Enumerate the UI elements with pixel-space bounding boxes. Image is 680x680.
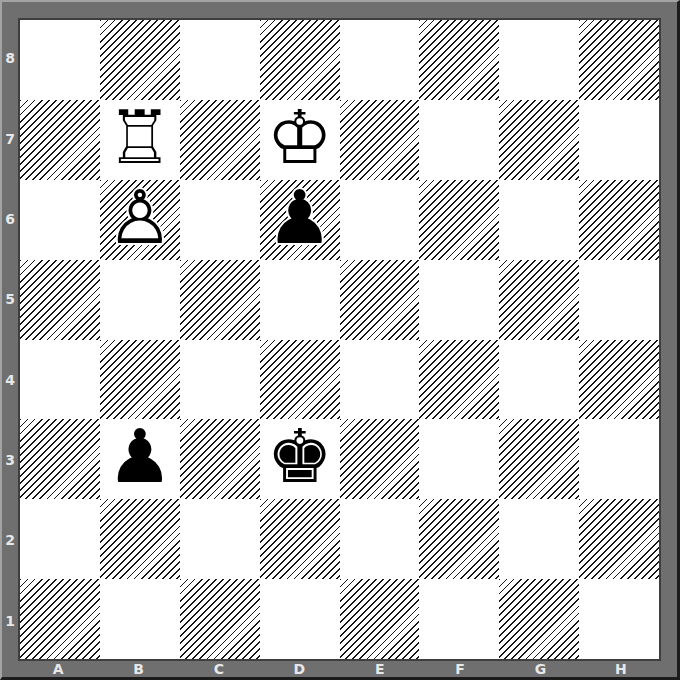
- square-e3[interactable]: [340, 419, 420, 499]
- square-e2[interactable]: [340, 499, 420, 579]
- file-labels: ABCDEFGH: [18, 661, 661, 677]
- square-h7[interactable]: [579, 100, 659, 180]
- file-label-h: H: [581, 661, 661, 677]
- square-a7[interactable]: [20, 100, 100, 180]
- file-label-e: E: [340, 661, 420, 677]
- square-d3[interactable]: ♚♚: [260, 419, 340, 499]
- square-c3[interactable]: [180, 419, 260, 499]
- square-e1[interactable]: [340, 579, 420, 659]
- square-b4[interactable]: [100, 340, 180, 420]
- square-c1[interactable]: [180, 579, 260, 659]
- square-a2[interactable]: [20, 499, 100, 579]
- square-c8[interactable]: [180, 20, 260, 100]
- rank-label-1: 1: [2, 581, 18, 661]
- white-pawn-b6[interactable]: ♟♙: [100, 180, 180, 260]
- square-h5[interactable]: [579, 260, 659, 340]
- square-f2[interactable]: [419, 499, 499, 579]
- square-b7[interactable]: ♜♖: [100, 100, 180, 180]
- square-h4[interactable]: [579, 340, 659, 420]
- file-label-d: D: [259, 661, 339, 677]
- square-a1[interactable]: [20, 579, 100, 659]
- square-d2[interactable]: [260, 499, 340, 579]
- square-b3[interactable]: ♟♟: [100, 419, 180, 499]
- rank-labels: 87654321: [2, 18, 18, 661]
- piece-glyph: ♟: [107, 419, 173, 493]
- square-h2[interactable]: [579, 499, 659, 579]
- rank-label-2: 2: [2, 500, 18, 580]
- square-d8[interactable]: [260, 20, 340, 100]
- square-e7[interactable]: [340, 100, 420, 180]
- square-b6[interactable]: ♟♙: [100, 180, 180, 260]
- piece-glyph: ♚: [266, 419, 332, 493]
- rank-label-5: 5: [2, 259, 18, 339]
- square-h6[interactable]: [579, 180, 659, 260]
- square-g5[interactable]: [499, 260, 579, 340]
- square-c6[interactable]: [180, 180, 260, 260]
- square-a8[interactable]: [20, 20, 100, 100]
- black-pawn-b3[interactable]: ♟♟: [100, 419, 180, 499]
- square-g1[interactable]: [499, 579, 579, 659]
- square-a6[interactable]: [20, 180, 100, 260]
- square-f7[interactable]: [419, 100, 499, 180]
- square-d5[interactable]: [260, 260, 340, 340]
- square-h1[interactable]: [579, 579, 659, 659]
- square-h3[interactable]: [579, 419, 659, 499]
- square-d7[interactable]: ♚♔: [260, 100, 340, 180]
- square-d4[interactable]: [260, 340, 340, 420]
- rank-label-6: 6: [2, 179, 18, 259]
- file-label-a: A: [18, 661, 98, 677]
- black-king-d3[interactable]: ♚♚: [260, 419, 340, 499]
- square-a3[interactable]: [20, 419, 100, 499]
- file-label-g: G: [500, 661, 580, 677]
- square-e5[interactable]: [340, 260, 420, 340]
- square-g6[interactable]: [499, 180, 579, 260]
- square-b2[interactable]: [100, 499, 180, 579]
- piece-glyph: ♔: [266, 100, 332, 174]
- square-g2[interactable]: [499, 499, 579, 579]
- square-g8[interactable]: [499, 20, 579, 100]
- square-b1[interactable]: [100, 579, 180, 659]
- square-h8[interactable]: [579, 20, 659, 100]
- square-b8[interactable]: [100, 20, 180, 100]
- square-a4[interactable]: [20, 340, 100, 420]
- rank-label-4: 4: [2, 340, 18, 420]
- rank-label-7: 7: [2, 98, 18, 178]
- square-e4[interactable]: [340, 340, 420, 420]
- square-e6[interactable]: [340, 180, 420, 260]
- square-c7[interactable]: [180, 100, 260, 180]
- rank-label-8: 8: [2, 18, 18, 98]
- square-f3[interactable]: [419, 419, 499, 499]
- square-b5[interactable]: [100, 260, 180, 340]
- square-c4[interactable]: [180, 340, 260, 420]
- square-f8[interactable]: [419, 20, 499, 100]
- square-g7[interactable]: [499, 100, 579, 180]
- square-d6[interactable]: ♟♟: [260, 180, 340, 260]
- rank-label-3: 3: [2, 420, 18, 500]
- square-c2[interactable]: [180, 499, 260, 579]
- square-g3[interactable]: [499, 419, 579, 499]
- file-label-f: F: [420, 661, 500, 677]
- square-a5[interactable]: [20, 260, 100, 340]
- white-rook-b7[interactable]: ♜♖: [100, 100, 180, 180]
- square-d1[interactable]: [260, 579, 340, 659]
- square-c5[interactable]: [180, 260, 260, 340]
- white-king-d7[interactable]: ♚♔: [260, 100, 340, 180]
- square-e8[interactable]: [340, 20, 420, 100]
- square-f5[interactable]: [419, 260, 499, 340]
- black-pawn-d6[interactable]: ♟♟: [260, 180, 340, 260]
- file-label-c: C: [179, 661, 259, 677]
- file-label-b: B: [98, 661, 178, 677]
- piece-glyph: ♖: [107, 100, 173, 174]
- chess-board: ♜♖♚♔♟♙♟♟♟♟♚♚: [18, 18, 661, 661]
- board-frame: 87654321 ABCDEFGH ♜♖♚♔♟♙♟♟♟♟♚♚: [0, 0, 680, 680]
- square-f1[interactable]: [419, 579, 499, 659]
- square-f6[interactable]: [419, 180, 499, 260]
- square-g4[interactable]: [499, 340, 579, 420]
- square-f4[interactable]: [419, 340, 499, 420]
- piece-glyph: ♟: [266, 180, 332, 254]
- piece-glyph: ♙: [107, 180, 173, 254]
